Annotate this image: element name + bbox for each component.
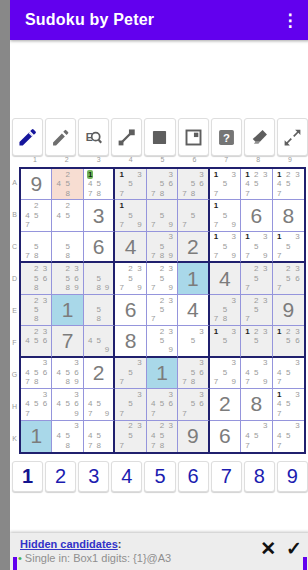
candidate-slot: 8: [63, 441, 72, 451]
candidate-slot: 9: [103, 283, 111, 292]
candidates-F9: 12356: [273, 326, 304, 355]
cell-F2[interactable]: 7: [52, 326, 83, 357]
cell-H1[interactable]: 34567: [21, 389, 52, 420]
candidate-slot: [180, 400, 188, 409]
cell-G4[interactable]: 357: [115, 358, 146, 389]
candidate-slot: [189, 409, 197, 418]
digit-button-3[interactable]: 3: [78, 461, 109, 492]
cell-D1[interactable]: 23568: [21, 263, 52, 294]
cell-A1[interactable]: 9: [21, 169, 52, 200]
cell-D4[interactable]: 23579: [115, 263, 146, 294]
cell-K9[interactable]: 3457: [273, 421, 304, 452]
candidate-slot: 9: [166, 251, 175, 260]
candidate-slot: 5: [158, 400, 167, 409]
candidate-slot: 5: [252, 242, 261, 251]
col-label-3: 3: [83, 156, 115, 167]
digit-button-9[interactable]: 9: [277, 461, 308, 492]
candidate-slot: [293, 441, 302, 451]
cell-C5[interactable]: 35789: [147, 232, 178, 263]
candidate-slot: 8: [158, 189, 167, 198]
candidate-slot: 1: [87, 170, 93, 179]
cell-D8[interactable]: 2357: [241, 263, 272, 294]
digit-button-6[interactable]: 6: [178, 461, 209, 492]
candidate-slot: [180, 201, 188, 210]
candidate-slot: 8: [94, 315, 102, 324]
candidate-slot: [261, 336, 270, 345]
cell-F1[interactable]: 23456: [21, 326, 52, 357]
cell-H9[interactable]: 13457: [273, 389, 304, 420]
pen-tool-button[interactable]: [12, 118, 43, 156]
candidate-slot: 3: [166, 390, 175, 399]
cell-A4[interactable]: 1357: [115, 169, 146, 200]
candidate-slot: [158, 315, 167, 324]
cell-E6[interactable]: 4: [178, 295, 209, 326]
cell-D6[interactable]: 1: [178, 263, 209, 294]
candidate-slot: 8: [94, 189, 102, 198]
candidate-slot: 7: [86, 409, 94, 418]
candidate-slot: [180, 368, 188, 377]
candidate-slot: 1: [243, 327, 252, 336]
candidate-slot: 7: [243, 378, 252, 387]
candidate-slot: [63, 390, 72, 399]
candidate-slot: 3: [261, 296, 270, 305]
cell-F3[interactable]: 459: [84, 326, 115, 357]
candidate-slot: 4: [149, 400, 158, 409]
candidate-slot: 2: [32, 296, 41, 305]
cell-C2[interactable]: 58: [52, 232, 83, 263]
candidate-slot: 7: [117, 189, 126, 198]
cell-H4[interactable]: 357: [115, 389, 146, 420]
candidate-slot: [72, 179, 81, 188]
candidate-slot: 2: [252, 327, 261, 336]
candidate-slot: [41, 233, 50, 242]
candidate-slot: 2: [252, 296, 261, 305]
apply-hint-icon[interactable]: ✓: [286, 539, 302, 558]
candidate-slot: [23, 233, 32, 242]
candidate-slot: 3: [293, 359, 302, 368]
candidates-K4: 2357: [115, 421, 145, 452]
candidate-slot: 3: [41, 264, 50, 273]
cell-C4[interactable]: 4: [115, 232, 146, 263]
cell-A5[interactable]: 35678: [147, 169, 178, 200]
candidates-G1: 345678: [21, 358, 51, 388]
cell-C9[interactable]: 1357: [273, 232, 304, 263]
cell-H6[interactable]: 3567: [178, 389, 209, 420]
candidate-slot: [103, 296, 111, 305]
candidate-slot: [94, 170, 102, 179]
candidate-slot: [54, 409, 63, 418]
candidates-B5: 579: [147, 200, 177, 230]
cell-C6[interactable]: 2: [178, 232, 209, 263]
cell-E4[interactable]: 6: [115, 295, 146, 326]
cell-A9[interactable]: 123457: [273, 169, 304, 200]
value-E9: 9: [273, 295, 304, 325]
candidate-slot: [189, 201, 197, 210]
eraser-tool-button[interactable]: [244, 118, 275, 156]
cell-A3[interactable]: 14578: [84, 169, 115, 200]
candidate-slot: 2: [158, 327, 167, 336]
cell-B5[interactable]: 579: [147, 200, 178, 231]
candidate-slot: 8: [158, 441, 167, 451]
cell-E2[interactable]: 1: [52, 295, 83, 326]
candidate-slot: 4: [275, 368, 284, 377]
candidate-slot: 9: [103, 346, 111, 355]
digit-button-2[interactable]: 2: [45, 461, 76, 492]
candidate-slot: [243, 346, 252, 355]
candidate-slot: [23, 283, 32, 292]
candidate-slot: [54, 233, 63, 242]
candidates-A9: 123457: [273, 169, 304, 199]
candidate-slot: 9: [103, 409, 111, 418]
candidate-slot: [54, 220, 63, 229]
value-B9: 8: [273, 200, 304, 230]
fullscreen-tool-button[interactable]: [277, 118, 308, 156]
candidate-slot: 7: [243, 315, 252, 324]
cell-K4[interactable]: 2357: [115, 421, 146, 452]
candidate-slot: 8: [63, 378, 72, 387]
cell-F5[interactable]: 2359: [147, 326, 178, 357]
candidate-slot: 9: [261, 378, 270, 387]
line-tool-button[interactable]: [111, 118, 142, 156]
candidate-slot: [261, 346, 270, 355]
candidate-slot: [275, 274, 284, 283]
candidate-slot: [72, 189, 81, 198]
cell-B6[interactable]: 57: [178, 200, 209, 231]
cell-C3[interactable]: 6: [84, 232, 115, 263]
candidate-slot: 7: [243, 189, 252, 198]
candidate-slot: 8: [189, 378, 197, 387]
cell-A2[interactable]: 2458: [52, 169, 83, 200]
candidate-slot: 4: [275, 400, 284, 409]
candidate-slot: 4: [86, 431, 94, 441]
candidate-slot: [72, 211, 81, 220]
cell-A7[interactable]: 1357: [210, 169, 241, 200]
candidate-slot: 7: [275, 409, 284, 418]
candidate-slot: [149, 242, 158, 251]
candidates-D8: 2357: [241, 263, 271, 293]
candidate-slot: [149, 336, 158, 345]
candidate-slot: [284, 283, 293, 292]
cell-C7[interactable]: 13579: [210, 232, 241, 263]
candidate-slot: 3: [197, 359, 205, 368]
cell-D9[interactable]: 23567: [273, 263, 304, 294]
candidate-slot: 7: [117, 441, 126, 451]
cell-G7[interactable]: 3579: [210, 358, 241, 389]
cell-K6[interactable]: 9: [178, 421, 209, 452]
cell-E1[interactable]: 2358: [21, 295, 52, 326]
cell-C1[interactable]: 578: [21, 232, 52, 263]
value-G3: 2: [84, 358, 113, 388]
candidate-slot: [126, 441, 135, 451]
candidate-slot: [54, 251, 63, 260]
cell-G8[interactable]: 34579: [241, 358, 272, 389]
candidate-slot: 4: [54, 179, 63, 188]
cell-B2[interactable]: 245: [52, 200, 83, 231]
cell-H5[interactable]: 34567: [147, 389, 178, 420]
candidate-slot: 5: [158, 211, 167, 220]
cell-G1[interactable]: 345678: [21, 358, 52, 389]
candidate-slot: [23, 315, 32, 324]
cell-K1[interactable]: 1: [21, 421, 52, 452]
cell-H2[interactable]: 34569: [52, 389, 83, 420]
candidate-slot: 4: [54, 431, 63, 441]
cell-K5[interactable]: 234578: [147, 421, 178, 452]
cell-E3[interactable]: 58: [84, 295, 115, 326]
candidate-slot: [103, 400, 111, 409]
candidate-slot: [284, 390, 293, 399]
cell-H7[interactable]: 2: [210, 389, 241, 420]
cell-E5[interactable]: 2357: [147, 295, 178, 326]
candidate-slot: [180, 359, 188, 368]
candidate-slot: [197, 220, 205, 229]
candidate-slot: 8: [158, 251, 167, 260]
candidate-slot: [293, 283, 302, 292]
cell-G5[interactable]: 1: [147, 358, 178, 389]
cell-D5[interactable]: 23579: [147, 263, 178, 294]
candidate-slot: [197, 409, 205, 418]
cell-E7[interactable]: 3578: [210, 295, 241, 326]
candidate-slot: [293, 400, 302, 409]
candidate-slot: [41, 251, 50, 260]
candidate-slot: 5: [126, 274, 135, 283]
candidate-slot: [284, 378, 293, 387]
candidate-slot: [229, 179, 238, 188]
cell-H8[interactable]: 8: [241, 389, 272, 420]
cell-H3[interactable]: 4579: [84, 389, 115, 420]
cell-D7[interactable]: 4: [210, 263, 241, 294]
candidates-D2: 235689: [52, 263, 82, 293]
dismiss-hint-icon[interactable]: ✕: [260, 539, 276, 558]
candidate-slot: [135, 378, 144, 387]
cell-K2[interactable]: 3458: [52, 421, 83, 452]
candidate-slot: [180, 211, 188, 220]
candidate-slot: 7: [149, 251, 158, 260]
cell-D3[interactable]: 589: [84, 263, 115, 294]
candidate-slot: 7: [275, 251, 284, 260]
candidate-slot: [212, 305, 221, 314]
candidates-K8: 3457: [241, 421, 271, 452]
digit-button-1[interactable]: 1: [12, 461, 43, 492]
candidates-B4: 1579: [115, 200, 145, 230]
candidate-slot: [166, 242, 175, 251]
candidate-slot: 2: [126, 264, 135, 273]
candidate-slot: [284, 359, 293, 368]
candidate-slot: [117, 390, 126, 399]
search-candidates-tool-button[interactable]: E: [78, 118, 109, 156]
candidate-slot: [149, 264, 158, 273]
candidate-slot: [72, 220, 81, 229]
digit-button-4[interactable]: 4: [111, 461, 142, 492]
candidate-slot: [229, 242, 238, 251]
candidate-slot: 3: [261, 233, 270, 242]
cell-E8[interactable]: 2357: [241, 295, 272, 326]
candidate-slot: [135, 400, 144, 409]
candidate-slot: [166, 431, 175, 441]
cell-B3[interactable]: 3: [84, 200, 115, 231]
fill-cell-tool-button[interactable]: [144, 118, 175, 156]
candidate-slot: [212, 359, 221, 368]
digit-button-7[interactable]: 7: [211, 461, 242, 492]
candidate-slot: 3: [229, 296, 238, 305]
candidate-slot: [135, 211, 144, 220]
candidate-slot: 7: [212, 378, 221, 387]
candidate-slot: [243, 296, 252, 305]
candidate-slot: 6: [166, 400, 175, 409]
cell-B1[interactable]: 2457: [21, 200, 52, 231]
cell-B4[interactable]: 1579: [115, 200, 146, 231]
pencil-icon: [50, 127, 71, 148]
hint-tool-button[interactable]: ?: [211, 118, 242, 156]
cell-B9[interactable]: 8: [273, 200, 304, 231]
candidates-C8: 13579: [241, 232, 271, 261]
green-bullet-icon: •: [18, 552, 22, 564]
candidate-slot: 3: [293, 233, 302, 242]
candidate-slot: [149, 296, 158, 305]
candidate-slot: [54, 378, 63, 387]
candidates-D4: 23579: [115, 263, 145, 293]
candidate-slot: [103, 305, 111, 314]
candidate-slot: 1: [117, 201, 126, 210]
candidate-slot: [166, 315, 175, 324]
candidate-slot: [220, 189, 229, 198]
candidate-slot: 5: [63, 211, 72, 220]
cell-B8[interactable]: 6: [241, 200, 272, 231]
value-G5: 1: [147, 358, 177, 388]
candidate-slot: 5: [284, 336, 293, 345]
cell-G3[interactable]: 2: [84, 358, 115, 389]
candidate-slot: 3: [229, 359, 238, 368]
candidate-slot: 3: [41, 296, 50, 305]
candidate-slot: 6: [197, 368, 205, 377]
hint-title-link[interactable]: Hidden candidates: [20, 538, 118, 550]
candidate-slot: [293, 346, 302, 355]
candidate-slot: 5: [252, 179, 261, 188]
candidate-slot: 3: [72, 390, 81, 399]
candidate-slot: [252, 233, 261, 242]
candidate-slot: 9: [261, 251, 270, 260]
candidate-slot: 8: [220, 315, 229, 324]
eraser-icon: [249, 127, 270, 148]
row-label-K: K: [12, 435, 17, 442]
bottom-accent-left: [13, 557, 17, 570]
cell-G2[interactable]: 345689: [52, 358, 83, 389]
candidate-slot: [135, 441, 144, 451]
candidate-slot: 3: [166, 264, 175, 273]
candidate-slot: 3: [135, 170, 144, 179]
candidate-slot: 7: [117, 409, 126, 418]
candidate-slot: [197, 189, 205, 198]
candidate-slot: 3: [166, 296, 175, 305]
candidates-A7: 1357: [210, 169, 240, 199]
candidate-slot: [229, 305, 238, 314]
candidate-slot: 3: [229, 233, 238, 242]
value-E4: 6: [115, 295, 145, 325]
cell-B7[interactable]: 1579: [210, 200, 241, 231]
value-H8: 8: [241, 389, 271, 419]
candidate-slot: [189, 327, 197, 336]
pencil-tool-button[interactable]: [45, 118, 76, 156]
candidate-slot: [252, 189, 261, 198]
candidate-slot: 6: [41, 368, 50, 377]
candidates-G8: 34579: [241, 358, 271, 388]
candidate-slot: 7: [180, 220, 188, 229]
candidate-slot: [72, 441, 81, 451]
candidate-slot: [261, 189, 270, 198]
value-E2: 1: [52, 295, 82, 325]
cell-D2[interactable]: 235689: [52, 263, 83, 294]
candidate-slot: [229, 201, 238, 210]
candidate-slot: [72, 431, 81, 441]
sudoku-board: 9245814578135735678356781357123457123457…: [19, 167, 306, 454]
candidate-slot: 1: [212, 327, 221, 336]
candidate-slot: 2: [32, 327, 41, 336]
cell-F4[interactable]: 8: [115, 326, 146, 357]
candidate-slot: 9: [229, 251, 238, 260]
candidate-slot: [220, 201, 229, 210]
candidate-slot: [63, 220, 72, 229]
cell-E9[interactable]: 9: [273, 295, 304, 326]
cell-G9[interactable]: 3457: [273, 358, 304, 389]
candidate-slot: 4: [54, 211, 63, 220]
candidate-slot: 7: [117, 220, 126, 229]
candidates-E8: 2357: [241, 295, 271, 325]
candidate-slot: [54, 242, 63, 251]
candidate-slot: 6: [293, 336, 302, 345]
candidate-slot: 3: [261, 359, 270, 368]
row-label-D: D: [12, 275, 17, 282]
corner-mark-tool-button[interactable]: [178, 118, 209, 156]
cell-K3[interactable]: 4578: [84, 421, 115, 452]
candidate-slot: [126, 409, 135, 418]
candidate-slot: [275, 264, 284, 273]
cell-F8[interactable]: 1235: [241, 326, 272, 357]
candidate-slot: [158, 283, 167, 292]
cell-K7[interactable]: 6: [210, 421, 241, 452]
candidate-slot: 5: [63, 242, 72, 251]
candidate-slot: 2: [63, 170, 72, 179]
question-mark-icon: ?: [216, 127, 237, 148]
candidates-F6: 35: [178, 326, 207, 355]
candidate-slot: [166, 305, 175, 314]
value-K1: 1: [21, 421, 51, 452]
candidate-slot: 7: [23, 378, 32, 387]
cell-F7[interactable]: 135: [210, 326, 241, 357]
digit-button-8[interactable]: 8: [244, 461, 275, 492]
candidate-slot: [72, 170, 81, 179]
cell-K8[interactable]: 3457: [241, 421, 272, 452]
candidate-slot: 2: [63, 201, 72, 210]
cell-A8[interactable]: 123457: [241, 169, 272, 200]
candidate-slot: [126, 201, 135, 210]
digit-button-5[interactable]: 5: [144, 461, 175, 492]
candidate-slot: [94, 296, 102, 305]
candidate-slot: 6: [41, 336, 50, 345]
candidate-slot: [220, 233, 229, 242]
candidate-slot: [94, 327, 102, 336]
cell-F9[interactable]: 12356: [273, 326, 304, 357]
candidates-K2: 3458: [52, 421, 82, 452]
candidate-slot: 6: [72, 368, 81, 377]
cell-A6[interactable]: 35678: [178, 169, 209, 200]
cell-G6[interactable]: 35678: [178, 358, 209, 389]
cell-C8[interactable]: 13579: [241, 232, 272, 263]
cell-F6[interactable]: 35: [178, 326, 209, 357]
candidate-slot: 4: [23, 400, 32, 409]
overflow-menu-icon[interactable]: ⋮: [276, 0, 304, 40]
candidate-slot: 5: [252, 305, 261, 314]
candidate-slot: [166, 441, 175, 451]
candidate-slot: 7: [243, 251, 252, 260]
